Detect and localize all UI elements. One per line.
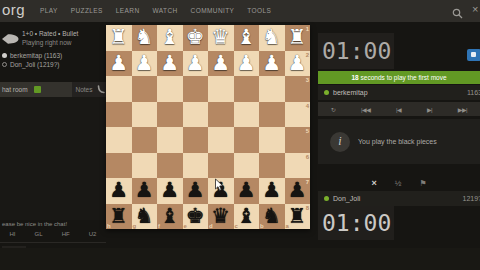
black-pawn[interactable]: ♟ <box>109 180 128 201</box>
menu-item-learn[interactable]: LEARN <box>116 7 140 14</box>
white-pawn[interactable]: ♟ <box>262 53 281 74</box>
banner-text: seconds to play the first move <box>361 74 447 81</box>
white-rook[interactable]: ♜ <box>288 27 307 48</box>
divider <box>0 242 106 243</box>
square-b6[interactable] <box>259 153 285 179</box>
square-c3[interactable] <box>234 76 260 102</box>
black-pawn[interactable]: ♟ <box>237 180 256 201</box>
info-text: You play the black pieces <box>358 138 437 145</box>
quick-chat-u2[interactable]: U2 <box>89 231 97 237</box>
top-nav-bar: org PLAYPUZZLESLEARNWATCHCOMMUNITYTOOLS … <box>0 0 480 22</box>
black-knight[interactable]: ♞ <box>135 206 154 227</box>
online-dot <box>324 90 329 95</box>
next-move-icon[interactable]: ▶| <box>427 106 432 113</box>
square-a4[interactable]: 4 <box>285 102 311 128</box>
online-dot <box>324 196 329 201</box>
square-a8[interactable]: ♜8a <box>285 204 311 230</box>
square-g7[interactable]: ♟ <box>132 178 158 204</box>
game-status-line: Playing right now <box>22 39 72 46</box>
square-a5[interactable]: 5 <box>285 127 311 153</box>
square-g8[interactable]: ♞g <box>132 204 158 230</box>
white-pawn[interactable]: ♟ <box>186 53 205 74</box>
site-logo[interactable]: org <box>2 1 25 18</box>
square-e5[interactable] <box>183 127 209 153</box>
square-g6[interactable] <box>132 153 158 179</box>
square-b4[interactable] <box>259 102 285 128</box>
square-h2[interactable]: ♟ <box>106 51 132 77</box>
square-f5[interactable] <box>157 127 183 153</box>
opponent-name[interactable]: berkemitap <box>333 89 368 96</box>
player-rating: 1219? <box>463 195 480 202</box>
square-b2[interactable]: ♟ <box>259 51 285 77</box>
square-f2[interactable]: ♟ <box>157 51 183 77</box>
chat-tabs: hat room Notes <box>0 82 106 97</box>
square-g1[interactable]: ♞ <box>132 25 158 51</box>
search-icon[interactable] <box>452 5 463 23</box>
square-h1[interactable]: ♜ <box>106 25 132 51</box>
player-row: Don_Joli 1219? <box>318 191 480 206</box>
menu-item-community[interactable]: COMMUNITY <box>191 7 235 14</box>
white-queen[interactable]: ♛ <box>211 27 230 48</box>
square-b8[interactable]: ♞b <box>259 204 285 230</box>
white-clock-time: 01:00 <box>318 38 391 64</box>
black-pawn[interactable]: ♟ <box>186 180 205 201</box>
chess-board: ♜♞♝♚♛♝♞♜1♟♟♟♟♟♟♟♟23456♟♟♟♟♟♟♟♟7♜h♞g♝f♚e♛… <box>106 25 310 229</box>
move-navigation: ↻|◀◀|◀▶|▶▶| <box>318 102 480 116</box>
black-clock: 01:00 <box>318 206 394 240</box>
menu-item-puzzles[interactable]: PUZZLES <box>71 7 103 14</box>
game-meta-line: 1+0 • Rated • Bullet <box>22 30 78 37</box>
white-pawn[interactable]: ♟ <box>211 53 230 74</box>
lichess-game-page: org PLAYPUZZLESLEARNWATCHCOMMUNITYTOOLS … <box>0 0 480 270</box>
square-d3[interactable] <box>208 76 234 102</box>
square-f3[interactable] <box>157 76 183 102</box>
black-queen[interactable]: ♛ <box>211 206 230 227</box>
white-clock: 01:00 <box>318 33 394 69</box>
square-e4[interactable] <box>183 102 209 128</box>
black-bishop[interactable]: ♝ <box>160 206 179 227</box>
square-c1[interactable]: ♝ <box>234 25 260 51</box>
square-f7[interactable]: ♟ <box>157 178 183 204</box>
square-d6[interactable] <box>208 153 234 179</box>
chat-tab-label: hat room <box>2 86 28 93</box>
square-c7[interactable]: ♟ <box>234 178 260 204</box>
square-d2[interactable]: ♟ <box>208 51 234 77</box>
sidebar-player[interactable]: berkemitap (1163) <box>2 51 62 60</box>
white-knight[interactable]: ♞ <box>262 27 281 48</box>
mouse-cursor <box>214 178 224 196</box>
square-f1[interactable]: ♝ <box>157 25 183 51</box>
player-label: Don_Joli (1219?) <box>10 61 60 68</box>
square-e8[interactable]: ♚e <box>183 204 209 230</box>
square-g2[interactable]: ♟ <box>132 51 158 77</box>
square-a2[interactable]: ♟2 <box>285 51 311 77</box>
prev-move-icon[interactable]: |◀ <box>396 106 401 113</box>
first-move-icon[interactable]: |◀◀ <box>361 106 370 113</box>
black-bishop[interactable]: ♝ <box>237 206 256 227</box>
quick-chat-row: HIGLHFU2 <box>0 231 106 237</box>
black-rook[interactable]: ♜ <box>288 206 307 227</box>
menu-item-watch[interactable]: WATCH <box>153 7 178 14</box>
info-icon: i <box>330 132 350 152</box>
square-a6[interactable]: 6 <box>285 153 311 179</box>
square-h7[interactable]: ♟ <box>106 178 132 204</box>
abort-button[interactable]: × <box>371 178 376 188</box>
player-dot-outline <box>2 62 7 67</box>
opponent-rating: 1163 <box>467 89 480 96</box>
player-name[interactable]: Don_Joli <box>333 195 360 202</box>
chat-toggle[interactable] <box>34 86 41 93</box>
player-list: berkemitap (1163)Don_Joli (1219?) <box>2 51 62 69</box>
square-a3[interactable]: 3 <box>285 76 311 102</box>
square-f8[interactable]: ♝f <box>157 204 183 230</box>
white-pawn[interactable]: ♟ <box>288 53 307 74</box>
sidebar-player[interactable]: Don_Joli (1219?) <box>2 60 62 69</box>
draw-offer-button[interactable]: ½ <box>395 179 402 188</box>
rank-label: 2 <box>306 52 309 58</box>
black-pawn[interactable]: ♟ <box>262 180 281 201</box>
last-move-icon[interactable]: ▶▶| <box>458 106 467 113</box>
file-label: e <box>184 223 187 229</box>
opponent-row: berkemitap 1163 <box>318 85 480 100</box>
square-d8[interactable]: ♛d <box>208 204 234 230</box>
rank-label: 6 <box>306 154 309 160</box>
menu-item-tools[interactable]: TOOLS <box>247 7 271 14</box>
file-label: d <box>209 223 213 229</box>
quick-chat-gl[interactable]: GL <box>35 231 43 237</box>
black-pawn[interactable]: ♟ <box>135 180 154 201</box>
white-knight[interactable]: ♞ <box>135 27 154 48</box>
cycle-icon[interactable]: ↻ <box>331 106 336 113</box>
black-clock-time: 01:00 <box>318 210 391 236</box>
bottom-bar: Don_Joli 0 <box>0 248 480 270</box>
white-pawn[interactable]: ♟ <box>109 53 128 74</box>
white-pawn[interactable]: ♟ <box>135 53 154 74</box>
notes-tab-label: Notes <box>76 86 93 93</box>
square-c5[interactable] <box>234 127 260 153</box>
square-f4[interactable] <box>157 102 183 128</box>
file-label: h <box>107 223 111 229</box>
square-b7[interactable]: ♟ <box>259 178 285 204</box>
square-g5[interactable] <box>132 127 158 153</box>
white-bishop[interactable]: ♝ <box>160 27 179 48</box>
file-label: a <box>286 223 289 229</box>
rank-label: 5 <box>306 128 309 134</box>
rank-label: 1 <box>306 26 309 32</box>
chat-notice: ease be nice in the chat! <box>2 221 67 227</box>
player-dot-filled <box>2 53 7 58</box>
file-label: c <box>235 223 238 229</box>
phone-icon[interactable] <box>96 82 106 97</box>
black-rook[interactable]: ♜ <box>109 206 128 227</box>
square-a1[interactable]: ♜1 <box>285 25 311 51</box>
rank-label: 3 <box>306 77 309 83</box>
resign-button[interactable]: ⚑ <box>419 179 426 188</box>
bullet-icon <box>1 31 20 49</box>
black-pawn[interactable]: ♟ <box>160 180 179 201</box>
close-icon[interactable]: × <box>472 3 478 15</box>
black-knight[interactable]: ♞ <box>262 206 281 227</box>
square-e6[interactable] <box>183 153 209 179</box>
square-e7[interactable]: ♟ <box>183 178 209 204</box>
first-move-banner: 18 seconds to play the first move <box>318 71 480 84</box>
white-pawn[interactable]: ♟ <box>160 53 179 74</box>
rank-label: 8 <box>306 205 309 211</box>
rank-label: 4 <box>306 103 309 109</box>
square-h8[interactable]: ♜h <box>106 204 132 230</box>
quick-chat-hf[interactable]: HF <box>62 231 70 237</box>
square-b5[interactable] <box>259 127 285 153</box>
panel-icon[interactable] <box>467 49 480 61</box>
main-menu: PLAYPUZZLESLEARNWATCHCOMMUNITYTOOLS <box>40 7 271 14</box>
file-label: b <box>260 223 264 229</box>
info-box: i You play the black pieces <box>318 119 480 164</box>
square-h4[interactable] <box>106 102 132 128</box>
square-a7[interactable]: ♟7 <box>285 178 311 204</box>
square-c2[interactable]: ♟ <box>234 51 260 77</box>
white-rook[interactable]: ♜ <box>109 27 128 48</box>
menu-item-play[interactable]: PLAY <box>40 7 58 14</box>
square-c4[interactable] <box>234 102 260 128</box>
tab-chat-room[interactable]: hat room <box>0 82 72 97</box>
file-label: g <box>133 223 137 229</box>
chat-messages <box>0 97 106 220</box>
square-b3[interactable] <box>259 76 285 102</box>
square-c8[interactable]: ♝c <box>234 204 260 230</box>
square-f6[interactable] <box>157 153 183 179</box>
square-d5[interactable] <box>208 127 234 153</box>
quick-chat-hi[interactable]: HI <box>10 231 16 237</box>
square-g3[interactable] <box>132 76 158 102</box>
square-d4[interactable] <box>208 102 234 128</box>
white-king[interactable]: ♚ <box>186 27 205 48</box>
square-e1[interactable]: ♚ <box>183 25 209 51</box>
player-label: berkemitap (1163) <box>10 52 62 59</box>
square-h5[interactable] <box>106 127 132 153</box>
black-king[interactable]: ♚ <box>186 206 205 227</box>
square-e2[interactable]: ♟ <box>183 51 209 77</box>
black-pawn[interactable]: ♟ <box>288 180 307 201</box>
white-bishop[interactable]: ♝ <box>237 27 256 48</box>
square-h6[interactable] <box>106 153 132 179</box>
square-b1[interactable]: ♞ <box>259 25 285 51</box>
square-c6[interactable] <box>234 153 260 179</box>
tab-notes[interactable]: Notes <box>72 82 96 97</box>
game-actions: × ½ ⚑ <box>318 176 480 190</box>
rank-label: 7 <box>306 179 309 185</box>
square-h3[interactable] <box>106 76 132 102</box>
square-g4[interactable] <box>132 102 158 128</box>
banner-seconds: 18 <box>351 74 358 81</box>
file-label: f <box>158 223 160 229</box>
square-e3[interactable] <box>183 76 209 102</box>
white-pawn[interactable]: ♟ <box>237 53 256 74</box>
square-d1[interactable]: ♛ <box>208 25 234 51</box>
